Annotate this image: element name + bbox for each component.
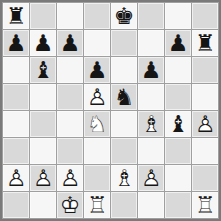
square-e5[interactable]: ♞ — [111, 84, 137, 110]
piece-white-rook: ♜♖ — [192, 192, 218, 218]
square-h7[interactable]: ♜ — [192, 30, 218, 56]
square-c3[interactable] — [57, 138, 83, 164]
piece-black-pawn: ♟ — [57, 30, 83, 56]
square-d7[interactable] — [84, 30, 110, 56]
white-piece-outline: ♖ — [192, 192, 218, 218]
square-g1[interactable] — [165, 192, 191, 218]
square-f7[interactable] — [138, 30, 164, 56]
white-piece-outline: ♗ — [138, 111, 164, 137]
piece-black-rook: ♜ — [3, 3, 29, 29]
square-d6[interactable]: ♟ — [84, 57, 110, 83]
square-a3[interactable] — [3, 138, 29, 164]
white-piece-outline: ♙ — [3, 165, 29, 191]
square-c1[interactable]: ♚♔ — [57, 192, 83, 218]
square-c4[interactable] — [57, 111, 83, 137]
square-a7[interactable]: ♟ — [3, 30, 29, 56]
piece-black-pawn: ♟ — [165, 30, 191, 56]
white-piece-outline: ♙ — [138, 165, 164, 191]
square-d5[interactable]: ♟♙ — [84, 84, 110, 110]
piece-black-bishop: ♝ — [165, 111, 191, 137]
square-f8[interactable] — [138, 3, 164, 29]
square-b8[interactable] — [30, 3, 56, 29]
square-b7[interactable]: ♟ — [30, 30, 56, 56]
square-a8[interactable]: ♜ — [3, 3, 29, 29]
square-e8[interactable]: ♚ — [111, 3, 137, 29]
piece-black-pawn: ♟ — [30, 30, 56, 56]
piece-white-bishop: ♝♗ — [138, 111, 164, 137]
square-f2[interactable]: ♟♙ — [138, 165, 164, 191]
white-piece-outline: ♘ — [84, 111, 110, 137]
white-piece-outline: ♖ — [84, 192, 110, 218]
square-g3[interactable] — [165, 138, 191, 164]
square-a2[interactable]: ♟♙ — [3, 165, 29, 191]
square-b6[interactable]: ♝ — [30, 57, 56, 83]
square-c6[interactable] — [57, 57, 83, 83]
piece-white-king: ♚♔ — [57, 192, 83, 218]
piece-white-pawn: ♟♙ — [57, 165, 83, 191]
square-h5[interactable] — [192, 84, 218, 110]
square-b2[interactable]: ♟♙ — [30, 165, 56, 191]
square-h3[interactable] — [192, 138, 218, 164]
square-g6[interactable] — [165, 57, 191, 83]
square-f4[interactable]: ♝♗ — [138, 111, 164, 137]
square-d3[interactable] — [84, 138, 110, 164]
white-piece-outline: ♙ — [192, 111, 218, 137]
piece-white-pawn: ♟♙ — [3, 165, 29, 191]
piece-black-knight: ♞ — [111, 84, 137, 110]
square-c2[interactable]: ♟♙ — [57, 165, 83, 191]
square-e7[interactable] — [111, 30, 137, 56]
piece-black-pawn: ♟ — [84, 57, 110, 83]
square-h2[interactable] — [192, 165, 218, 191]
square-b4[interactable] — [30, 111, 56, 137]
white-piece-outline: ♔ — [57, 192, 83, 218]
chess-board: ♜♚♟♟♟♟♜♝♟♟♟♙♞♞♘♝♗♝♟♙♟♙♟♙♟♙♝♗♟♙♚♔♜♖♜♖ — [0, 0, 221, 221]
square-a4[interactable] — [3, 111, 29, 137]
square-a6[interactable] — [3, 57, 29, 83]
piece-white-pawn: ♟♙ — [192, 111, 218, 137]
square-e1[interactable] — [111, 192, 137, 218]
square-g4[interactable]: ♝ — [165, 111, 191, 137]
square-d2[interactable] — [84, 165, 110, 191]
square-a5[interactable] — [3, 84, 29, 110]
piece-white-rook: ♜♖ — [84, 192, 110, 218]
square-f5[interactable] — [138, 84, 164, 110]
piece-white-pawn: ♟♙ — [138, 165, 164, 191]
square-e2[interactable]: ♝♗ — [111, 165, 137, 191]
square-b3[interactable] — [30, 138, 56, 164]
square-b1[interactable] — [30, 192, 56, 218]
square-c7[interactable]: ♟ — [57, 30, 83, 56]
white-piece-outline: ♙ — [84, 84, 110, 110]
square-c5[interactable] — [57, 84, 83, 110]
piece-black-pawn: ♟ — [3, 30, 29, 56]
square-d8[interactable] — [84, 3, 110, 29]
piece-white-pawn: ♟♙ — [84, 84, 110, 110]
piece-black-rook: ♜ — [192, 30, 218, 56]
square-b5[interactable] — [30, 84, 56, 110]
white-piece-outline: ♗ — [111, 165, 137, 191]
square-h8[interactable] — [192, 3, 218, 29]
square-e3[interactable] — [111, 138, 137, 164]
square-g7[interactable]: ♟ — [165, 30, 191, 56]
square-e6[interactable] — [111, 57, 137, 83]
square-f3[interactable] — [138, 138, 164, 164]
square-a1[interactable] — [3, 192, 29, 218]
piece-white-pawn: ♟♙ — [30, 165, 56, 191]
square-h6[interactable] — [192, 57, 218, 83]
piece-black-pawn: ♟ — [138, 57, 164, 83]
piece-white-knight: ♞♘ — [84, 111, 110, 137]
piece-black-bishop: ♝ — [30, 57, 56, 83]
square-f6[interactable]: ♟ — [138, 57, 164, 83]
square-h4[interactable]: ♟♙ — [192, 111, 218, 137]
square-c8[interactable] — [57, 3, 83, 29]
square-d4[interactable]: ♞♘ — [84, 111, 110, 137]
white-piece-outline: ♙ — [57, 165, 83, 191]
square-e4[interactable] — [111, 111, 137, 137]
square-g5[interactable] — [165, 84, 191, 110]
square-g8[interactable] — [165, 3, 191, 29]
piece-white-bishop: ♝♗ — [111, 165, 137, 191]
piece-black-king: ♚ — [111, 3, 137, 29]
square-f1[interactable] — [138, 192, 164, 218]
square-d1[interactable]: ♜♖ — [84, 192, 110, 218]
square-h1[interactable]: ♜♖ — [192, 192, 218, 218]
white-piece-outline: ♙ — [30, 165, 56, 191]
square-g2[interactable] — [165, 165, 191, 191]
